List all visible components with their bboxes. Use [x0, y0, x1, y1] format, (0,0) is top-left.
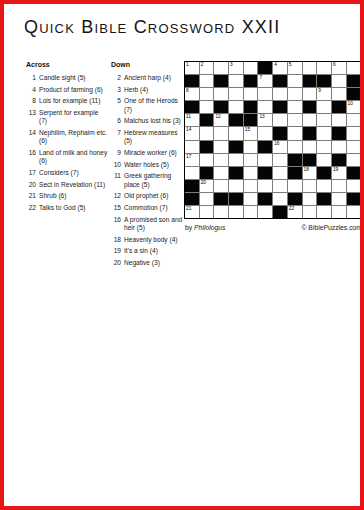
grid-cell[interactable]	[258, 127, 272, 139]
cell-number: 21	[186, 206, 191, 211]
clue-number: 4	[26, 86, 36, 94]
grid-cell[interactable]	[288, 127, 302, 139]
clue-number: 16	[26, 149, 36, 166]
clue-number: 16	[111, 216, 121, 233]
cell-number: 20	[201, 180, 206, 185]
clue-text: Heavenly body (4)	[124, 236, 187, 244]
grid-cell[interactable]	[258, 206, 272, 218]
clue-item: 19It's a sin (4)	[111, 247, 187, 255]
grid-cell[interactable]	[303, 180, 317, 192]
grid-cell[interactable]	[332, 206, 346, 218]
grid-cell[interactable]	[273, 88, 287, 100]
clue-text: Candle sight (5)	[39, 74, 108, 82]
grid-cell[interactable]: 11	[185, 114, 199, 126]
clue-item: 7Hebrew measures (5)	[111, 129, 187, 146]
cell-number: 2	[201, 62, 204, 67]
clue-number: 3	[111, 86, 121, 94]
grid-cell[interactable]	[229, 180, 243, 192]
clue-number: 9	[111, 149, 121, 157]
clue-text: Old prophet (6)	[124, 192, 187, 200]
clue-item: 11Greek gathering place (5)	[111, 172, 187, 189]
clue-text: Product of farming (6)	[39, 86, 108, 94]
clue-number: 7	[111, 129, 121, 146]
black-cell	[317, 193, 331, 205]
clue-item: 12Old prophet (6)	[111, 192, 187, 200]
clue-text: Lois for example (11)	[39, 97, 108, 105]
clue-item: 20Negative (3)	[111, 259, 187, 267]
black-cell	[200, 167, 214, 179]
grid-cell[interactable]	[273, 167, 287, 179]
black-cell	[185, 193, 199, 205]
clue-item: 8Lois for example (11)	[26, 97, 108, 105]
clue-number: 5	[111, 97, 121, 114]
grid-cell[interactable]	[288, 141, 302, 153]
grid-cell[interactable]	[317, 101, 331, 113]
grid-cell[interactable]	[258, 180, 272, 192]
across-clue-list: Across 1Candle sight (5)4Product of farm…	[26, 61, 108, 216]
grid-cell[interactable]: 20	[200, 180, 214, 192]
grid-cell[interactable]	[273, 180, 287, 192]
grid-cell[interactable]	[258, 154, 272, 166]
black-cell	[288, 167, 302, 179]
grid-cell[interactable]: 5	[288, 62, 302, 74]
black-cell	[303, 101, 317, 113]
clue-item: 9Miracle worker (6)	[111, 149, 187, 157]
black-cell	[273, 206, 287, 218]
clue-text: One of the Herods (7)	[124, 97, 187, 114]
grid-cell[interactable]	[303, 206, 317, 218]
black-cell	[303, 75, 317, 87]
black-cell	[273, 75, 287, 87]
clue-item: 10Water holes (5)	[111, 161, 187, 169]
cell-number: 11	[186, 114, 191, 119]
clue-item: 6Malchus lost his (3)	[111, 117, 187, 125]
crossword-grid: 12345678910111213141516171819202122	[184, 61, 361, 219]
grid-cell[interactable]	[347, 206, 361, 218]
grid-cell[interactable]	[200, 127, 214, 139]
clue-item: 3Herb (4)	[111, 86, 187, 94]
grid-cell[interactable]	[288, 88, 302, 100]
grid-cell[interactable]	[200, 154, 214, 166]
cell-number: 13	[259, 114, 264, 119]
black-cell	[317, 75, 331, 87]
black-cell	[347, 88, 361, 100]
grid-cell[interactable]: 17	[185, 154, 199, 166]
cell-number: 16	[274, 141, 279, 146]
black-cell	[214, 101, 228, 113]
grid-cell[interactable]	[214, 180, 228, 192]
grid-cell[interactable]: 14	[185, 127, 199, 139]
clue-text: Considers (7)	[39, 169, 108, 177]
clue-text: Water holes (5)	[124, 161, 187, 169]
black-cell	[258, 193, 272, 205]
black-cell	[273, 101, 287, 113]
across-items: 1Candle sight (5)4Product of farming (6)…	[26, 74, 108, 212]
clue-text: Negative (3)	[124, 259, 187, 267]
grid-cell[interactable]	[244, 88, 258, 100]
grid-cell[interactable]: 13	[258, 114, 272, 126]
clue-item: 20Sect in Revelation (11)	[26, 181, 108, 189]
black-cell	[347, 167, 361, 179]
black-cell	[229, 167, 243, 179]
grid-cell[interactable]	[347, 62, 361, 74]
clue-text: Malchus lost his (3)	[124, 117, 187, 125]
grid-cell[interactable]	[317, 114, 331, 126]
grid-cell[interactable]: 6	[332, 62, 346, 74]
grid-cell[interactable]	[214, 62, 228, 74]
grid-cell[interactable]	[317, 206, 331, 218]
grid-cell[interactable]: 3	[229, 62, 243, 74]
black-cell	[258, 62, 272, 74]
grid-cell[interactable]: 16	[273, 141, 287, 153]
black-cell	[185, 75, 199, 87]
puzzle-page: { "game": "crossword", "title": "Quick B…	[0, 0, 364, 510]
clue-text: Sect in Revelation (11)	[39, 181, 108, 189]
grid-cell[interactable]	[214, 127, 228, 139]
clue-text: Commotion (7)	[124, 204, 187, 212]
grid-cell[interactable]	[347, 154, 361, 166]
clue-text: Greek gathering place (5)	[124, 172, 187, 189]
grid-cell[interactable]	[244, 167, 258, 179]
grid-cell[interactable]	[200, 206, 214, 218]
grid-cell[interactable]	[229, 127, 243, 139]
black-cell	[214, 75, 228, 87]
black-cell	[258, 167, 272, 179]
clue-text: Serpent for example (7)	[39, 109, 108, 126]
black-cell	[347, 193, 361, 205]
clue-item: 14Nephilim, Rephaim etc. (6)	[26, 129, 108, 146]
grid-cell[interactable]	[200, 75, 214, 87]
grid-cell[interactable]	[244, 193, 258, 205]
down-clue-list: Down 2Ancient harp (4)3Herb (4)5One of t…	[111, 61, 187, 270]
grid-footer: by Philologus © BiblePuzzles.com	[185, 224, 362, 231]
grid-cell[interactable]	[273, 114, 287, 126]
black-cell	[288, 154, 302, 166]
clue-number: 8	[26, 97, 36, 105]
clue-item: 21Shrub (6)	[26, 192, 108, 200]
clue-item: 17Considers (7)	[26, 169, 108, 177]
clue-text: Miracle worker (6)	[124, 149, 187, 157]
clue-text: Talks to God (5)	[39, 204, 108, 212]
cell-number: 17	[186, 154, 191, 159]
grid-cell[interactable]: 22	[288, 206, 302, 218]
cell-number: 12	[215, 114, 220, 119]
grid-cell[interactable]	[214, 141, 228, 153]
grid-cell[interactable]: 12	[214, 114, 228, 126]
grid-cell[interactable]	[244, 180, 258, 192]
black-cell	[332, 101, 346, 113]
clue-number: 13	[26, 109, 36, 126]
grid-cell[interactable]	[317, 127, 331, 139]
clue-number: 21	[26, 192, 36, 200]
clue-text: It's a sin (4)	[124, 247, 187, 255]
grid-cell[interactable]	[200, 101, 214, 113]
black-cell	[200, 114, 214, 126]
black-cell	[229, 193, 243, 205]
grid-cell[interactable]	[347, 180, 361, 192]
clue-item: 16Land of milk and honey (6)	[26, 149, 108, 166]
down-header: Down	[111, 61, 187, 70]
grid-cell[interactable]	[244, 141, 258, 153]
black-cell	[229, 141, 243, 153]
grid-cell[interactable]	[244, 62, 258, 74]
clue-item: 22Talks to God (5)	[26, 204, 108, 212]
black-cell	[332, 154, 346, 166]
clue-text: Nephilim, Rephaim etc. (6)	[39, 129, 108, 146]
grid-cell[interactable]	[317, 180, 331, 192]
grid-cell[interactable]	[332, 193, 346, 205]
grid-cell[interactable]	[317, 141, 331, 153]
clue-text: Hebrew measures (5)	[124, 129, 187, 146]
clue-text: Land of milk and honey (6)	[39, 149, 108, 166]
grid-cell[interactable]	[185, 167, 199, 179]
clue-text: A promised son and heir (5)	[124, 216, 187, 233]
black-cell	[229, 114, 243, 126]
grid-cell[interactable]	[229, 154, 243, 166]
grid-cell[interactable]	[303, 193, 317, 205]
black-cell	[347, 75, 361, 87]
black-cell	[317, 167, 331, 179]
clue-item: 1Candle sight (5)	[26, 74, 108, 82]
grid-cell[interactable]	[288, 101, 302, 113]
black-cell	[185, 101, 199, 113]
grid-cell[interactable]: 15	[244, 127, 258, 139]
grid-cell[interactable]	[347, 127, 361, 139]
clue-number: 10	[111, 161, 121, 169]
grid-cell[interactable]	[200, 193, 214, 205]
clue-number: 20	[111, 259, 121, 267]
grid-cell[interactable]: 2	[200, 62, 214, 74]
clue-number: 1	[26, 74, 36, 82]
clue-item: 15Commotion (7)	[111, 204, 187, 212]
author-credit: by Philologus	[185, 224, 225, 231]
grid-cell[interactable]: 4	[273, 62, 287, 74]
clue-number: 17	[26, 169, 36, 177]
cell-number: 4	[274, 62, 277, 67]
grid-cell[interactable]	[288, 114, 302, 126]
grid-cell[interactable]	[288, 75, 302, 87]
grid-cell[interactable]	[303, 141, 317, 153]
clue-text: Shrub (6)	[39, 192, 108, 200]
grid-cell[interactable]	[229, 75, 243, 87]
black-cell	[185, 180, 199, 192]
black-cell	[244, 75, 258, 87]
cell-number: 5	[289, 62, 292, 67]
cell-number: 7	[259, 75, 262, 80]
clue-item: 16A promised son and heir (5)	[111, 216, 187, 233]
grid-cell[interactable]	[347, 141, 361, 153]
grid-cell[interactable]: 7	[258, 75, 272, 87]
black-cell	[258, 141, 272, 153]
clue-item: 2Ancient harp (4)	[111, 74, 187, 82]
grid-cell[interactable]	[244, 154, 258, 166]
grid-cell[interactable]	[214, 167, 228, 179]
grid-cell[interactable]: 21	[185, 206, 199, 218]
grid-cell[interactable]	[288, 180, 302, 192]
grid-cell[interactable]	[317, 62, 331, 74]
cell-number: 10	[348, 101, 353, 106]
black-cell	[214, 193, 228, 205]
grid-cell[interactable]	[244, 206, 258, 218]
clue-text: Herb (4)	[124, 86, 187, 94]
clue-item: 18Heavenly body (4)	[111, 236, 187, 244]
clue-text: Ancient harp (4)	[124, 74, 187, 82]
clue-number: 20	[26, 181, 36, 189]
grid-cell[interactable]	[332, 114, 346, 126]
grid-cell[interactable]	[273, 193, 287, 205]
grid-cell[interactable]: 18	[303, 167, 317, 179]
clue-number: 15	[111, 204, 121, 212]
clue-number: 19	[111, 247, 121, 255]
grid-cell[interactable]	[332, 180, 346, 192]
clue-number: 11	[111, 172, 121, 189]
black-cell	[288, 193, 302, 205]
clue-number: 12	[111, 192, 121, 200]
clue-number: 22	[26, 204, 36, 212]
clue-item: 4Product of farming (6)	[26, 86, 108, 94]
clue-number: 2	[111, 74, 121, 82]
grid-cell[interactable]	[347, 114, 361, 126]
copyright-credit: © BiblePuzzles.com	[301, 224, 362, 231]
grid-cell[interactable]	[332, 88, 346, 100]
grid-cell[interactable]	[214, 206, 228, 218]
black-cell	[303, 154, 317, 166]
black-cell	[244, 101, 258, 113]
page-title: Quick Bible Crossword XXII	[24, 17, 280, 38]
cell-number: 1	[186, 62, 189, 67]
cell-number: 14	[186, 127, 191, 132]
black-cell	[303, 127, 317, 139]
grid-cell[interactable]	[273, 154, 287, 166]
across-header: Across	[26, 61, 108, 70]
cell-number: 3	[230, 62, 233, 67]
cell-number: 22	[289, 206, 294, 211]
grid-cell[interactable]: 10	[347, 101, 361, 113]
cell-number: 8	[186, 88, 189, 93]
grid-cell[interactable]: 9	[317, 88, 331, 100]
clue-number: 18	[111, 236, 121, 244]
grid-cell[interactable]	[185, 141, 199, 153]
grid-cell[interactable]	[200, 88, 214, 100]
clue-number: 14	[26, 129, 36, 146]
grid-cell[interactable]	[214, 154, 228, 166]
grid-cell[interactable]	[303, 88, 317, 100]
clue-item: 5One of the Herods (7)	[111, 97, 187, 114]
grid-cell[interactable]	[229, 101, 243, 113]
black-cell	[332, 127, 346, 139]
clue-number: 6	[111, 117, 121, 125]
cell-number: 6	[333, 62, 336, 67]
grid-cell[interactable]	[258, 88, 272, 100]
grid-cell[interactable]	[303, 114, 317, 126]
grid-cell[interactable]: 8	[185, 88, 199, 100]
cell-number: 9	[318, 88, 321, 93]
grid-cell[interactable]	[303, 62, 317, 74]
grid-cell[interactable]	[258, 101, 272, 113]
down-items: 2Ancient harp (4)3Herb (4)5One of the He…	[111, 74, 187, 267]
cell-number: 19	[333, 167, 338, 172]
grid-cell[interactable]	[214, 88, 228, 100]
grid-cell[interactable]: 1	[185, 62, 199, 74]
clue-item: 13Serpent for example (7)	[26, 109, 108, 126]
black-cell	[273, 127, 287, 139]
grid-cell[interactable]	[229, 88, 243, 100]
grid-cell[interactable]	[332, 141, 346, 153]
grid-cell[interactable]	[317, 154, 331, 166]
black-cell	[244, 114, 258, 126]
grid-cell[interactable]	[332, 75, 346, 87]
grid-cell[interactable]: 19	[332, 167, 346, 179]
black-cell	[200, 141, 214, 153]
cell-number: 15	[245, 127, 250, 132]
grid-cell[interactable]	[229, 206, 243, 218]
cell-number: 18	[304, 167, 309, 172]
